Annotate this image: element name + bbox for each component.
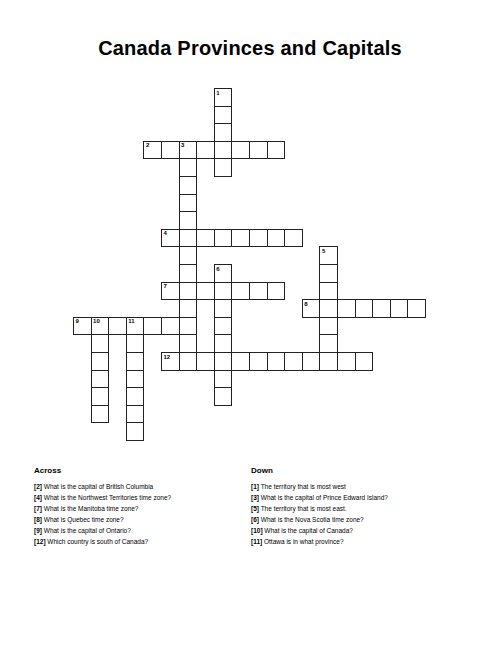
grid-cell-r5c6[interactable] [179, 176, 198, 195]
grid-cell-r11c6[interactable] [179, 282, 198, 301]
grid-cell-r3c5[interactable] [161, 141, 180, 160]
grid-cell-r18c1[interactable] [91, 405, 110, 424]
grid-cell-r15c13[interactable] [302, 352, 321, 371]
grid-cell-r3c7[interactable] [196, 141, 215, 160]
clue-number: [3] [251, 494, 259, 501]
grid-cell-r12c14[interactable] [319, 299, 338, 318]
cell-number: 2 [146, 142, 149, 149]
grid-cell-r15c1[interactable] [91, 352, 110, 371]
grid-cell-r13c3[interactable]: 11 [126, 317, 145, 336]
grid-cell-r16c8[interactable] [214, 370, 233, 389]
grid-cell-r17c1[interactable] [91, 387, 110, 406]
clue-item-11-down: [11] Ottawa is in what province? [251, 536, 465, 547]
clue-item-4-across: [4] What is the Northwest Territories ti… [34, 492, 248, 503]
cell-number: 6 [216, 266, 219, 273]
grid-cell-r11c8[interactable] [214, 282, 233, 301]
grid-cell-r14c8[interactable] [214, 334, 233, 353]
grid-cell-r16c1[interactable] [91, 370, 110, 389]
grid-cell-r13c8[interactable] [214, 317, 233, 336]
grid-cell-r0c8[interactable]: 1 [214, 88, 233, 107]
grid-cell-r8c12[interactable] [284, 229, 303, 248]
grid-cell-r15c5[interactable]: 12 [161, 352, 180, 371]
grid-cell-r11c11[interactable] [267, 282, 286, 301]
grid-cell-r7c6[interactable] [179, 211, 198, 230]
cell-number: 11 [128, 318, 134, 325]
grid-cell-r15c10[interactable] [249, 352, 268, 371]
across-header: Across [34, 466, 248, 475]
grid-cell-r14c3[interactable] [126, 334, 145, 353]
grid-cell-r15c7[interactable] [196, 352, 215, 371]
grid-cell-r13c1[interactable]: 10 [91, 317, 110, 336]
down-clues-section: Down [1] The territory that is most west… [251, 466, 465, 548]
grid-cell-r13c6[interactable] [179, 317, 198, 336]
grid-cell-r8c6[interactable] [179, 229, 198, 248]
grid-cell-r13c2[interactable] [108, 317, 127, 336]
clue-number: [4] [34, 494, 42, 501]
grid-cell-r11c14[interactable] [319, 282, 338, 301]
cell-number: 3 [181, 142, 184, 149]
grid-cell-r8c8[interactable] [214, 229, 233, 248]
clue-number: [5] [251, 505, 259, 512]
grid-cell-r11c5[interactable]: 7 [161, 282, 180, 301]
cell-number: 10 [93, 318, 100, 325]
grid-cell-r2c8[interactable] [214, 123, 233, 142]
down-header: Down [251, 466, 465, 475]
grid-cell-r12c15[interactable] [337, 299, 356, 318]
clue-number: [12] [34, 538, 46, 545]
grid-cell-r12c8[interactable] [214, 299, 233, 318]
grid-cell-r8c11[interactable] [267, 229, 286, 248]
grid-cell-r17c8[interactable] [214, 387, 233, 406]
grid-cell-r8c5[interactable]: 4 [161, 229, 180, 248]
grid-cell-r15c15[interactable] [337, 352, 356, 371]
grid-cell-r15c14[interactable] [319, 352, 338, 371]
grid-cell-r12c6[interactable] [179, 299, 198, 318]
grid-cell-r16c3[interactable] [126, 370, 145, 389]
clue-item-5-down: [5] The territory that is most east. [251, 503, 465, 514]
grid-cell-r8c10[interactable] [249, 229, 268, 248]
clue-number: [10] [251, 527, 263, 534]
cell-number: 1 [216, 90, 219, 97]
clue-item-7-across: [7] What is the Manitoba time zone? [34, 503, 248, 514]
clue-number: [8] [34, 516, 42, 523]
grid-cell-r13c4[interactable] [143, 317, 162, 336]
grid-cell-r12c17[interactable] [372, 299, 391, 318]
grid-cell-r17c3[interactable] [126, 387, 145, 406]
cell-number: 4 [164, 230, 167, 237]
clue-item-6-down: [6] What is the Nova Scotia time zone? [251, 514, 465, 525]
grid-cell-r15c11[interactable] [267, 352, 286, 371]
grid-cell-r3c8[interactable] [214, 141, 233, 160]
grid-cell-r4c8[interactable] [214, 158, 233, 177]
clue-item-8-across: [8] What is Quebec time zone? [34, 514, 248, 525]
grid-cell-r3c6[interactable]: 3 [179, 141, 198, 160]
grid-cell-r15c3[interactable] [126, 352, 145, 371]
grid-cell-r14c6[interactable] [179, 334, 198, 353]
grid-cell-r11c9[interactable] [231, 282, 250, 301]
across-clues-section: Across [2] What is the capital of Britis… [34, 466, 248, 548]
grid-cell-r10c6[interactable] [179, 264, 198, 283]
grid-cell-r14c1[interactable] [91, 334, 110, 353]
grid-cell-r13c0[interactable]: 9 [73, 317, 92, 336]
grid-cell-r6c6[interactable] [179, 194, 198, 213]
grid-cell-r3c10[interactable] [249, 141, 268, 160]
grid-cell-r15c9[interactable] [231, 352, 250, 371]
grid-cell-r12c18[interactable] [390, 299, 409, 318]
grid-cell-r15c12[interactable] [284, 352, 303, 371]
grid-cell-r10c8[interactable]: 6 [214, 264, 233, 283]
grid-cell-r13c5[interactable] [161, 317, 180, 336]
down-clue-list: [1] The territory that is most west[3] W… [251, 481, 465, 548]
clue-number: [1] [251, 483, 259, 490]
grid-cell-r12c19[interactable] [407, 299, 426, 318]
grid-cell-r18c3[interactable] [126, 405, 145, 424]
clue-item-2-across: [2] What is the capital of British Colum… [34, 481, 248, 492]
grid-cell-r4c6[interactable] [179, 158, 198, 177]
grid-cell-r11c7[interactable] [196, 282, 215, 301]
grid-cell-r3c9[interactable] [231, 141, 250, 160]
cell-number: 7 [164, 283, 167, 290]
grid-cell-r13c14[interactable] [319, 317, 338, 336]
clue-number: [7] [34, 505, 42, 512]
across-clue-list: [2] What is the capital of British Colum… [34, 481, 248, 548]
cell-number: 8 [304, 301, 307, 308]
grid-cell-r10c14[interactable] [319, 264, 338, 283]
grid-cell-r15c8[interactable] [214, 352, 233, 371]
cell-number: 5 [322, 248, 325, 255]
grid-cell-r8c7[interactable] [196, 229, 215, 248]
clue-number: [6] [251, 516, 259, 523]
cell-number: 12 [164, 354, 171, 361]
crossword-grid: 123456789101112 [0, 0, 500, 460]
grid-cell-r9c6[interactable] [179, 246, 198, 265]
grid-cell-r15c16[interactable] [355, 352, 374, 371]
grid-cell-r1c8[interactable] [214, 106, 233, 125]
cell-number: 9 [76, 318, 79, 325]
grid-cell-r8c9[interactable] [231, 229, 250, 248]
grid-cell-r3c4[interactable]: 2 [143, 141, 162, 160]
grid-cell-r19c3[interactable] [126, 422, 145, 441]
grid-cell-r3c11[interactable] [267, 141, 286, 160]
clue-item-1-down: [1] The territory that is most west [251, 481, 465, 492]
clue-item-3-down: [3] What is the capital of Prince Edward… [251, 492, 465, 503]
clue-item-10-down: [10] What is the capital of Canada? [251, 525, 465, 536]
clue-number: [2] [34, 483, 42, 490]
grid-cell-r9c14[interactable]: 5 [319, 246, 338, 265]
clue-number: [9] [34, 527, 42, 534]
clue-number: [11] [251, 538, 262, 545]
grid-cell-r15c6[interactable] [179, 352, 198, 371]
clue-item-12-across: [12] Which country is south of Canada? [34, 536, 248, 547]
clue-item-9-across: [9] What is the capital of Ontario? [34, 525, 248, 536]
grid-cell-r14c14[interactable] [319, 334, 338, 353]
grid-cell-r11c10[interactable] [249, 282, 268, 301]
grid-cell-r12c16[interactable] [355, 299, 374, 318]
grid-cell-r12c13[interactable]: 8 [302, 299, 321, 318]
